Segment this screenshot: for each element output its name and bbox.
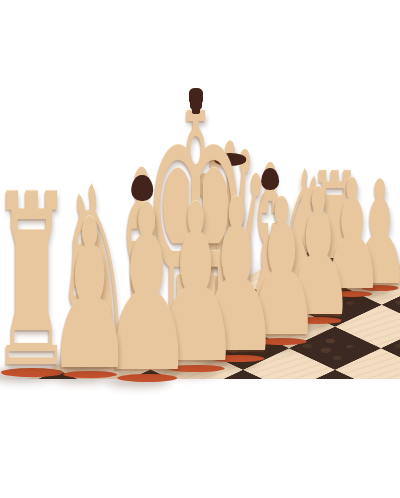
photo-crop-area [0, 0, 400, 379]
chess-board [0, 235, 400, 379]
chess-set-photo: ♜♞♝♚♛♝♞♜♟♟♟♟♟♟♟♟ [0, 0, 400, 498]
